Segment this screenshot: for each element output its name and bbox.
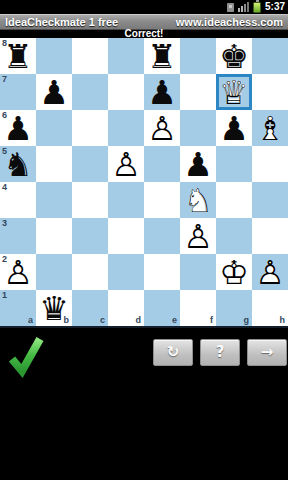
rank-label-1: 1 — [2, 290, 7, 300]
square-g3[interactable] — [216, 218, 252, 254]
square-c3[interactable] — [72, 218, 108, 254]
piece-white-pawn: ♟♙ — [147, 112, 177, 145]
piece-white-bishop: ♝♗ — [255, 112, 285, 145]
app-title: IdeaCheckmate 1 free — [5, 16, 118, 28]
square-h6[interactable]: ♝♗ — [252, 110, 288, 146]
square-b6[interactable] — [36, 110, 72, 146]
square-c4[interactable] — [72, 182, 108, 218]
square-a3[interactable]: 3 — [0, 218, 36, 254]
rank-label-3: 3 — [2, 218, 7, 228]
piece-black-knight: ♞ — [3, 148, 33, 181]
square-h2[interactable]: ♟♙ — [252, 254, 288, 290]
file-label-f: f — [210, 316, 213, 325]
square-f1[interactable]: f — [180, 290, 216, 326]
piece-black-queen: ♛ — [39, 292, 69, 325]
square-b8[interactable] — [36, 38, 72, 74]
piece-white-pawn: ♟♙ — [3, 256, 33, 289]
square-f5[interactable]: ♟ — [180, 146, 216, 182]
square-e2[interactable] — [144, 254, 180, 290]
piece-black-pawn: ♟ — [183, 148, 213, 181]
rank-label-7: 7 — [2, 74, 7, 84]
control-buttons: ↻ ? → — [153, 339, 287, 366]
piece-black-rook: ♜ — [3, 40, 33, 73]
piece-black-pawn: ♟ — [147, 76, 177, 109]
usb-icon — [227, 3, 234, 12]
signal-icon — [238, 2, 249, 12]
website-label: www.ideachess.com — [176, 16, 283, 28]
square-c7[interactable] — [72, 74, 108, 110]
square-c6[interactable] — [72, 110, 108, 146]
refresh-icon: ↻ — [167, 345, 180, 360]
piece-black-pawn: ♟ — [219, 112, 249, 145]
square-a1[interactable]: 1a — [0, 290, 36, 326]
square-b2[interactable] — [36, 254, 72, 290]
square-h7[interactable] — [252, 74, 288, 110]
next-puzzle-button[interactable]: → — [247, 339, 287, 366]
square-g4[interactable] — [216, 182, 252, 218]
square-c8[interactable] — [72, 38, 108, 74]
square-c2[interactable] — [72, 254, 108, 290]
square-a7[interactable]: 7 — [0, 74, 36, 110]
piece-white-pawn: ♟♙ — [111, 148, 141, 181]
file-label-e: e — [172, 316, 177, 325]
piece-white-pawn: ♟♙ — [183, 220, 213, 253]
file-label-h: h — [280, 316, 286, 325]
square-f8[interactable] — [180, 38, 216, 74]
square-h8[interactable] — [252, 38, 288, 74]
square-d3[interactable] — [108, 218, 144, 254]
correct-checkmark-icon — [8, 334, 44, 378]
app-screen: 5:37 IdeaCheckmate 1 free www.ideachess.… — [0, 0, 288, 480]
square-f6[interactable] — [180, 110, 216, 146]
square-a4[interactable]: 4 — [0, 182, 36, 218]
square-e8[interactable]: ♜ — [144, 38, 180, 74]
file-label-c: c — [100, 316, 105, 325]
piece-white-knight: ♞♘ — [183, 184, 213, 217]
square-b5[interactable] — [36, 146, 72, 182]
square-e7[interactable]: ♟ — [144, 74, 180, 110]
square-a2[interactable]: 2♟♙ — [0, 254, 36, 290]
square-d6[interactable] — [108, 110, 144, 146]
file-label-a: a — [28, 316, 33, 325]
file-label-d: d — [136, 316, 142, 325]
square-d4[interactable] — [108, 182, 144, 218]
status-bar: 5:37 — [0, 0, 288, 14]
square-g1[interactable]: g — [216, 290, 252, 326]
square-e4[interactable] — [144, 182, 180, 218]
battery-icon — [253, 2, 261, 13]
square-f3[interactable]: ♟♙ — [180, 218, 216, 254]
restart-button[interactable]: ↻ — [153, 339, 193, 366]
hint-button[interactable]: ? — [200, 339, 240, 366]
square-f7[interactable] — [180, 74, 216, 110]
square-a8[interactable]: 8♜ — [0, 38, 36, 74]
square-f2[interactable] — [180, 254, 216, 290]
piece-black-pawn: ♟ — [39, 76, 69, 109]
square-e3[interactable] — [144, 218, 180, 254]
square-g7[interactable]: ♛♕ — [216, 74, 252, 110]
piece-black-king: ♚ — [219, 40, 249, 73]
piece-white-queen: ♛♕ — [219, 76, 249, 109]
square-b1[interactable]: b♛ — [36, 290, 72, 326]
square-e1[interactable]: e — [144, 290, 180, 326]
square-d1[interactable]: d — [108, 290, 144, 326]
piece-white-king: ♚♔ — [219, 256, 249, 289]
file-label-g: g — [244, 316, 250, 325]
square-e6[interactable]: ♟♙ — [144, 110, 180, 146]
square-h3[interactable] — [252, 218, 288, 254]
square-d2[interactable] — [108, 254, 144, 290]
piece-black-rook: ♜ — [147, 40, 177, 73]
square-g2[interactable]: ♚♔ — [216, 254, 252, 290]
square-d7[interactable] — [108, 74, 144, 110]
piece-black-pawn: ♟ — [3, 112, 33, 145]
square-g6[interactable]: ♟ — [216, 110, 252, 146]
square-c1[interactable]: c — [72, 290, 108, 326]
square-g8[interactable]: ♚ — [216, 38, 252, 74]
square-c5[interactable] — [72, 146, 108, 182]
square-d5[interactable]: ♟♙ — [108, 146, 144, 182]
square-e5[interactable] — [144, 146, 180, 182]
square-a5[interactable]: 5♞ — [0, 146, 36, 182]
square-b4[interactable] — [36, 182, 72, 218]
square-d8[interactable] — [108, 38, 144, 74]
chess-board: 8♜♜♚7♟♟♛♕6♟♟♙♟♝♗5♞♟♙♟4♞♘3♟♙2♟♙♚♔♟♙1ab♛cd… — [0, 38, 288, 328]
question-icon: ? — [216, 345, 225, 360]
square-h1[interactable]: h — [252, 290, 288, 326]
square-h5[interactable] — [252, 146, 288, 182]
bottom-panel: ↻ ? → — [0, 328, 288, 478]
square-h4[interactable] — [252, 182, 288, 218]
rank-label-4: 4 — [2, 182, 7, 192]
square-b7[interactable]: ♟ — [36, 74, 72, 110]
square-b3[interactable] — [36, 218, 72, 254]
piece-white-pawn: ♟♙ — [255, 256, 285, 289]
square-f4[interactable]: ♞♘ — [180, 182, 216, 218]
square-g5[interactable] — [216, 146, 252, 182]
clock-time: 5:37 — [265, 0, 285, 14]
square-a6[interactable]: 6♟ — [0, 110, 36, 146]
arrow-right-icon: → — [261, 345, 274, 360]
